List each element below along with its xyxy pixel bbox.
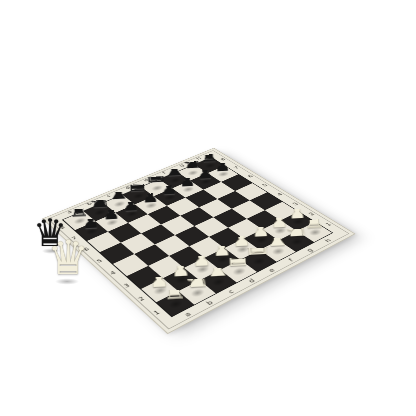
black-pawn-icon: ♟ <box>142 186 159 205</box>
black-pawn-icon: ♟ <box>214 156 230 174</box>
black-pawn-icon: ♟ <box>102 203 120 223</box>
black-pawn-icon: ♟ <box>179 171 196 190</box>
black-pawn-icon: ♟ <box>160 179 177 198</box>
black-pawn-icon: ♟ <box>122 195 140 214</box>
piece-layer: ♜♞♟♝♟♚♟♛♟♝♟♞♟♜♟♟♟♟♜♟♞♟♝♟♚♟♛♟♝♟♞♜ <box>63 158 332 317</box>
white-rook-icon: ♜ <box>162 277 187 304</box>
spare-white-queen[interactable]: ♛ <box>44 234 92 281</box>
black-pawn-icon: ♟ <box>197 163 214 181</box>
piece-white-rook-a1[interactable]: ♜ <box>161 289 190 318</box>
piece-black-pawn-b7[interactable]: ♟ <box>99 210 124 235</box>
black-pawn-icon: ♟ <box>82 211 100 231</box>
chess-set-photo: ♜♞♟♝♟♚♟♛♟♝♟♞♟♜♟♟♟♟♜♟♞♟♝♟♚♟♛♟♝♟♞♜ aa88bb7… <box>0 0 416 416</box>
